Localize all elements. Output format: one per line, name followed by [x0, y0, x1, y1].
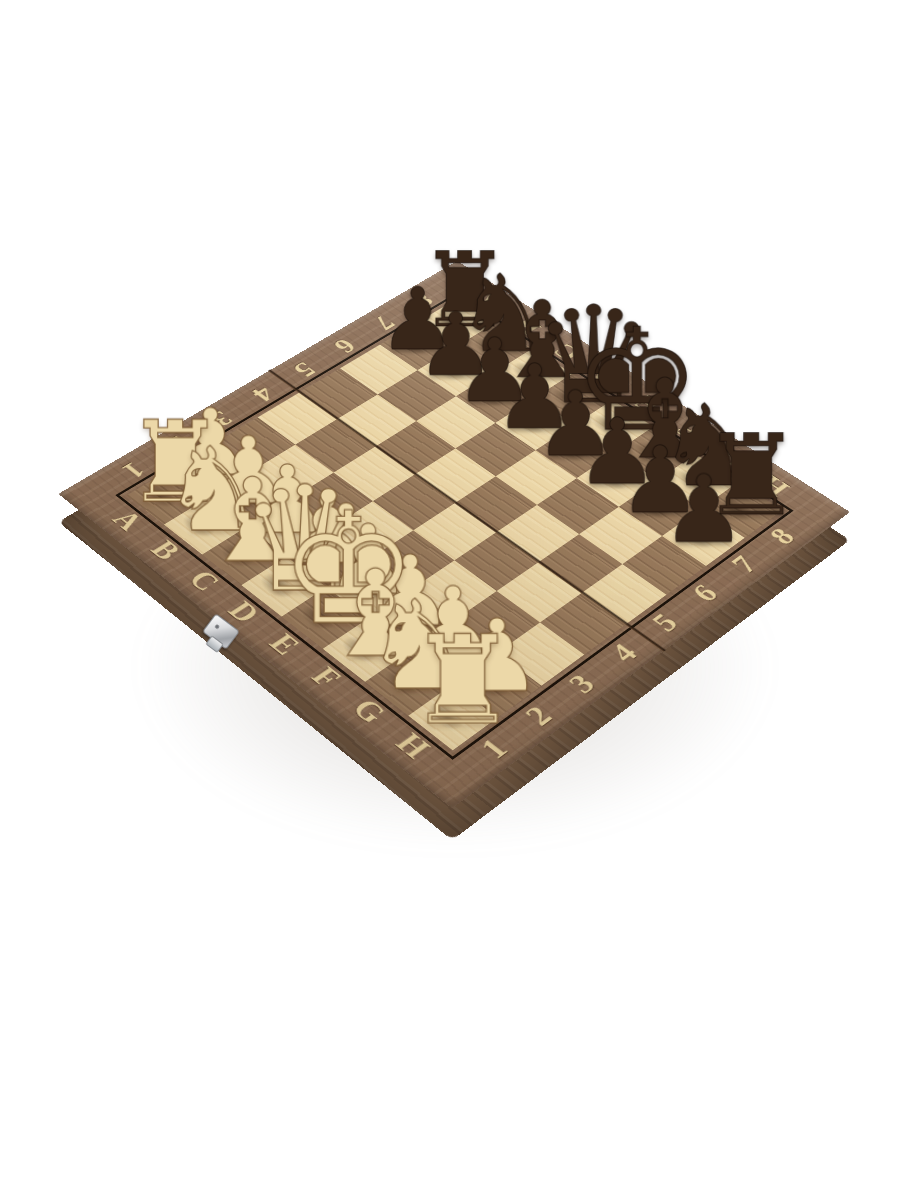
product-photo-stage: AA88BB77CC66DD55EE44FF33GG22HH11 ♜♞♝♛♚♝♞… [0, 0, 900, 1200]
chess-board: AA88BB77CC66DD55EE44FF33GG22HH11 ♜♞♝♛♚♝♞… [58, 261, 850, 809]
clasp-rivet [214, 624, 220, 630]
board-scene: AA88BB77CC66DD55EE44FF33GG22HH11 ♜♞♝♛♚♝♞… [0, 0, 900, 1200]
piece-white-rook-h1[interactable]: ♜ [407, 619, 471, 742]
piece-black-pawn-h7[interactable]: ♟ [662, 463, 721, 556]
